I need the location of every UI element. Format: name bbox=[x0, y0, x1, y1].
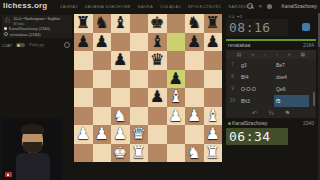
black-bishop-c8: ♝ bbox=[111, 14, 130, 33]
square-e1[interactable] bbox=[148, 144, 167, 163]
white-rook-d1: ♜ bbox=[130, 144, 149, 163]
square-f2[interactable] bbox=[167, 125, 186, 144]
square-b3[interactable] bbox=[93, 107, 112, 126]
square-e5[interactable] bbox=[148, 70, 167, 89]
white-knight-g1: ♞ bbox=[185, 144, 204, 163]
square-g5[interactable] bbox=[185, 70, 204, 89]
black-queen-e6: ♛ bbox=[148, 51, 167, 70]
resign-flag-icon[interactable]: ⚑ bbox=[285, 107, 290, 118]
move-row-7: 7g3Be7 bbox=[226, 59, 312, 71]
chat-toggle[interactable] bbox=[16, 43, 25, 47]
bottom-player-rating: 2340 bbox=[303, 120, 314, 126]
square-h1[interactable]: ♜ bbox=[204, 144, 223, 163]
square-e7[interactable]: ♝ bbox=[148, 33, 167, 52]
square-f4[interactable]: ♝ bbox=[167, 88, 186, 107]
square-h3[interactable]: ♝ bbox=[204, 107, 223, 126]
square-e2[interactable] bbox=[148, 125, 167, 144]
black-pawn-g7: ♟ bbox=[185, 33, 204, 52]
top-navbar: lichess.org ZAGRAJ ZADANIA SZACHOWE NAUK… bbox=[0, 0, 320, 13]
move-10-b[interactable]: f5 bbox=[274, 95, 309, 107]
white-king-c1: ♚ bbox=[111, 144, 130, 163]
close-icon[interactable]: × bbox=[258, 3, 262, 9]
square-e3[interactable] bbox=[148, 107, 167, 126]
square-f6[interactable] bbox=[167, 51, 186, 70]
nav-prev-icon[interactable]: ‹ bbox=[264, 50, 266, 59]
black-rook-a8: ♜ bbox=[74, 14, 93, 33]
white-pawn-h2: ♟ bbox=[204, 125, 223, 144]
square-b4[interactable] bbox=[93, 88, 112, 107]
top-player-rating: 2184 bbox=[303, 42, 314, 48]
square-a3[interactable] bbox=[74, 107, 93, 126]
black-pawn-c6: ♟ bbox=[111, 51, 130, 70]
square-a6[interactable] bbox=[74, 51, 93, 70]
square-c5[interactable] bbox=[111, 70, 130, 89]
square-c2[interactable]: ♟ bbox=[111, 125, 130, 144]
top-player-accent-bar bbox=[226, 39, 316, 41]
square-d5[interactable] bbox=[130, 70, 149, 89]
square-e8[interactable]: ♚ bbox=[148, 14, 167, 33]
square-a8[interactable]: ♜ bbox=[74, 14, 93, 33]
streamer-body bbox=[16, 153, 50, 180]
square-b1[interactable] bbox=[93, 144, 112, 163]
square-d8[interactable] bbox=[130, 14, 149, 33]
white-knight-c3: ♞ bbox=[111, 107, 130, 126]
nav-last-icon[interactable]: » bbox=[288, 50, 291, 59]
square-c3[interactable]: ♞ bbox=[111, 107, 130, 126]
search-icon[interactable] bbox=[247, 3, 253, 9]
chat-header: CZAT Pokój gry bbox=[2, 41, 72, 49]
chat-room-label[interactable]: Pokój gry bbox=[29, 43, 44, 47]
square-f7[interactable] bbox=[167, 33, 186, 52]
square-g3[interactable]: ♟ bbox=[185, 107, 204, 126]
blue-badge-icon[interactable] bbox=[302, 23, 310, 31]
move-row-10: 10Bh3f5 bbox=[226, 95, 312, 107]
square-c7[interactable] bbox=[111, 33, 130, 52]
white-rook-h1: ♜ bbox=[204, 144, 223, 163]
square-a5[interactable] bbox=[74, 70, 93, 89]
streamer-webcam bbox=[2, 119, 62, 180]
square-g7[interactable]: ♟ bbox=[185, 33, 204, 52]
black-pawn-a7: ♟ bbox=[74, 33, 93, 52]
black-knight-b8: ♞ bbox=[93, 14, 112, 33]
white-color-icon bbox=[4, 27, 7, 30]
move-8-b[interactable]: dxe4 bbox=[274, 71, 309, 83]
menu-item-play[interactable]: ZAGRAJ bbox=[60, 4, 78, 9]
move-nav-bar: ▤ « ‹ › » ▦ bbox=[226, 50, 316, 59]
square-h2[interactable]: ♟ bbox=[204, 125, 223, 144]
square-b5[interactable] bbox=[93, 70, 112, 89]
bottom-player-row[interactable]: KanalSzachowy 2340 bbox=[226, 120, 316, 128]
white-pawn-f3: ♟ bbox=[167, 107, 186, 126]
cam-logo-badge bbox=[5, 172, 12, 177]
black-pawn-f5: ♟ bbox=[167, 70, 186, 89]
black-color-icon bbox=[4, 32, 8, 36]
black-pawn-h7: ♟ bbox=[204, 33, 223, 52]
streamer-beard bbox=[23, 142, 42, 153]
white-bishop-f4: ♝ bbox=[167, 88, 186, 107]
bottom-player-name: KanalSzachowy bbox=[228, 120, 268, 126]
chess-board: ♜♞♝♚♞♜♟♟♝♟♟♟♛♟♟♝♞♟♟♝♟♟♟♛♟♚♜♞♜ bbox=[74, 14, 222, 162]
square-c8[interactable]: ♝ bbox=[111, 14, 130, 33]
move-row-8: 8Bf4dxe4 bbox=[226, 71, 312, 83]
white-pawn-c2: ♟ bbox=[111, 125, 130, 144]
square-e4[interactable]: ♟ bbox=[148, 88, 167, 107]
nav-next-icon[interactable]: › bbox=[276, 50, 278, 59]
bell-icon[interactable] bbox=[267, 4, 272, 9]
square-h4[interactable] bbox=[204, 88, 223, 107]
square-h8[interactable]: ♜ bbox=[204, 14, 223, 33]
logged-in-username[interactable]: KanalSzachowy bbox=[281, 3, 317, 9]
square-f8[interactable] bbox=[167, 14, 186, 33]
square-g2[interactable] bbox=[185, 125, 204, 144]
square-c6[interactable]: ♟ bbox=[111, 51, 130, 70]
move-9-w[interactable]: O-O-O bbox=[239, 83, 274, 95]
square-d4[interactable] bbox=[130, 88, 149, 107]
black-king-e8: ♚ bbox=[148, 14, 167, 33]
black-pawn-e4: ♟ bbox=[148, 88, 167, 107]
square-d6[interactable] bbox=[130, 51, 149, 70]
top-player-row[interactable]: renatakaa 2184 bbox=[226, 42, 316, 50]
square-g1[interactable]: ♞ bbox=[185, 144, 204, 163]
square-a7[interactable]: ♟ bbox=[74, 33, 93, 52]
move-list-box: ▤ « ‹ › » ▦ 7g3Be78Bf4dxe49O-O-OQe610Bh3… bbox=[226, 50, 316, 118]
nav-first-icon[interactable]: « bbox=[251, 50, 254, 59]
square-a1[interactable] bbox=[74, 144, 93, 163]
square-b8[interactable]: ♞ bbox=[93, 14, 112, 33]
streamer-icon bbox=[228, 122, 231, 125]
chat-settings-icon[interactable] bbox=[64, 42, 70, 48]
lichess-logo[interactable]: lichess.org bbox=[3, 1, 47, 10]
square-f5[interactable]: ♟ bbox=[167, 70, 186, 89]
navbar-icons: × bbox=[247, 3, 272, 9]
square-g8[interactable]: ♞ bbox=[185, 14, 204, 33]
clock-white-active: 06:34 bbox=[226, 128, 288, 145]
time-control-label: 10+0 • Rankingowa • Szybkie bbox=[13, 17, 60, 22]
square-c1[interactable]: ♚ bbox=[111, 144, 130, 163]
move-number: 10 bbox=[226, 95, 239, 107]
square-h6[interactable] bbox=[204, 51, 223, 70]
black-bishop-e7: ♝ bbox=[148, 33, 167, 52]
game-meta-box: ♘ 10+0 • Rankingowa • Szybkie W toku Kan… bbox=[2, 15, 72, 38]
menu-item-learn[interactable]: NAUKA bbox=[138, 4, 153, 9]
square-e6[interactable]: ♛ bbox=[148, 51, 167, 70]
square-g4[interactable] bbox=[185, 88, 204, 107]
move-number: 9 bbox=[226, 83, 239, 95]
square-h7[interactable]: ♟ bbox=[204, 33, 223, 52]
white-pawn-b2: ♟ bbox=[93, 125, 112, 144]
white-pawn-g3: ♟ bbox=[185, 107, 204, 126]
move-8-w[interactable]: Bf4 bbox=[239, 71, 274, 83]
white-queen-d2: ♛ bbox=[130, 125, 149, 144]
move-list-scrollbar[interactable] bbox=[313, 60, 315, 106]
white-bishop-h3: ♝ bbox=[204, 107, 223, 126]
square-d3[interactable] bbox=[130, 107, 149, 126]
square-d2[interactable]: ♛ bbox=[130, 125, 149, 144]
top-player-name: renatakaa bbox=[228, 42, 250, 48]
draw-offer-icon[interactable]: ½ bbox=[268, 107, 274, 118]
game-action-row: ↶ ½ ⚑ bbox=[226, 107, 316, 118]
square-d7[interactable] bbox=[130, 33, 149, 52]
move-list: 7g3Be78Bf4dxe49O-O-OQe610Bh3f5 bbox=[226, 59, 312, 107]
move-row-9: 9O-O-OQe6 bbox=[226, 83, 312, 95]
clock-black: 08:16 bbox=[226, 19, 288, 36]
square-b6[interactable] bbox=[93, 51, 112, 70]
white-pawn-a2: ♟ bbox=[74, 125, 93, 144]
move-number: 7 bbox=[226, 59, 239, 71]
chat-label: CZAT bbox=[2, 43, 12, 48]
move-10-w[interactable]: Bh3 bbox=[239, 95, 274, 107]
square-f1[interactable] bbox=[167, 144, 186, 163]
menu-item-community[interactable]: SPOŁECZNOŚĆ bbox=[188, 4, 222, 9]
main-menu: ZAGRAJ ZADANIA SZACHOWE NAUKA OGLĄDAJ SP… bbox=[60, 4, 254, 9]
move-number: 8 bbox=[226, 71, 239, 83]
board-menu-icon[interactable]: ▦ bbox=[300, 50, 305, 59]
black-knight-g8: ♞ bbox=[185, 14, 204, 33]
square-b7[interactable]: ♟ bbox=[93, 33, 112, 52]
black-pawn-b7: ♟ bbox=[93, 33, 112, 52]
black-rook-h8: ♜ bbox=[204, 14, 223, 33]
menu-item-watch[interactable]: OGLĄDAJ bbox=[160, 4, 181, 9]
move-9-b[interactable]: Qe6 bbox=[274, 83, 309, 95]
square-a4[interactable] bbox=[74, 88, 93, 107]
square-h5[interactable] bbox=[204, 70, 223, 89]
game-side-panel: ♙♙ +1 08:16 renatakaa 2184 ▤ « ‹ › » ▦ 7… bbox=[226, 13, 318, 180]
game-speed-knight-icon: ♘ bbox=[4, 17, 11, 26]
streamer-hair bbox=[21, 124, 44, 134]
takeback-icon[interactable]: ↶ bbox=[252, 107, 257, 118]
square-g6[interactable] bbox=[185, 51, 204, 70]
move-7-b[interactable]: Be7 bbox=[274, 59, 309, 71]
square-a2[interactable]: ♟ bbox=[74, 125, 93, 144]
square-b2[interactable]: ♟ bbox=[93, 125, 112, 144]
square-f3[interactable]: ♟ bbox=[167, 107, 186, 126]
square-d1[interactable]: ♜ bbox=[130, 144, 149, 163]
analysis-board-icon[interactable]: ▤ bbox=[237, 50, 242, 59]
black-player-line[interactable]: renatakaa (2184) bbox=[4, 32, 70, 38]
menu-item-puzzles[interactable]: ZADANIA SZACHOWE bbox=[85, 4, 131, 9]
scrollbar-thumb[interactable] bbox=[313, 92, 315, 106]
square-c4[interactable] bbox=[111, 88, 130, 107]
move-7-w[interactable]: g3 bbox=[239, 59, 274, 71]
